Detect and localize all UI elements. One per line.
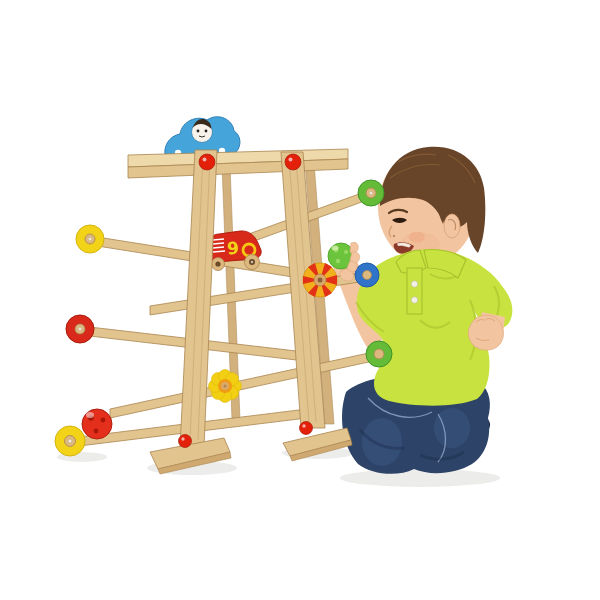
stopper-hub <box>363 271 372 280</box>
truck-wheel-hub <box>215 261 220 266</box>
green-ball-dot <box>344 250 348 254</box>
cheek-blush <box>409 232 425 243</box>
truck-decal-9: 9 <box>226 238 239 259</box>
red-cap-screw <box>179 435 192 448</box>
left-fist <box>468 315 503 350</box>
knee-highlight <box>434 408 470 448</box>
screw-highlight <box>302 424 305 427</box>
nostril <box>393 235 395 237</box>
truck-wheel-pin <box>251 261 253 263</box>
screw-highlight <box>289 158 293 162</box>
red-ball-highlight <box>86 412 94 418</box>
scene-canvas: 9 <box>0 0 600 600</box>
stopper-pin <box>79 328 82 331</box>
red-cap-screw <box>300 422 313 435</box>
flower-wheel <box>209 370 242 403</box>
red-ball-dot <box>101 418 106 423</box>
screw-highlight <box>181 437 184 440</box>
rail-3 <box>150 271 372 315</box>
ear <box>444 214 460 238</box>
stopper-pin <box>68 439 71 442</box>
stopper-hub <box>374 349 384 359</box>
ramp-racer-toy: 9 <box>55 117 392 474</box>
driver-eye <box>205 130 208 133</box>
toddler-head <box>378 147 485 264</box>
shadow-under-child <box>340 469 500 487</box>
flower-pin <box>224 385 227 388</box>
product-photo: 9 <box>0 0 600 600</box>
red-ball-dot <box>94 429 99 434</box>
stopper-pin <box>89 238 92 241</box>
green-ball-highlight <box>332 246 339 251</box>
red-cap-screw <box>285 154 301 170</box>
knee-highlight <box>362 418 402 466</box>
screw-highlight <box>203 158 207 162</box>
stopper-pin <box>370 192 373 195</box>
green-ball-dot <box>336 259 340 263</box>
placket <box>407 268 422 314</box>
sunburst-wheel <box>303 263 337 297</box>
sunburst-knob-center <box>318 278 323 283</box>
red-cap-screw <box>199 154 215 170</box>
red-ball-body <box>82 409 112 439</box>
placket-button <box>411 281 417 287</box>
rail-5 <box>110 351 378 418</box>
red-ball <box>82 409 112 439</box>
placket-button <box>411 297 417 303</box>
driver-eye <box>197 130 200 133</box>
